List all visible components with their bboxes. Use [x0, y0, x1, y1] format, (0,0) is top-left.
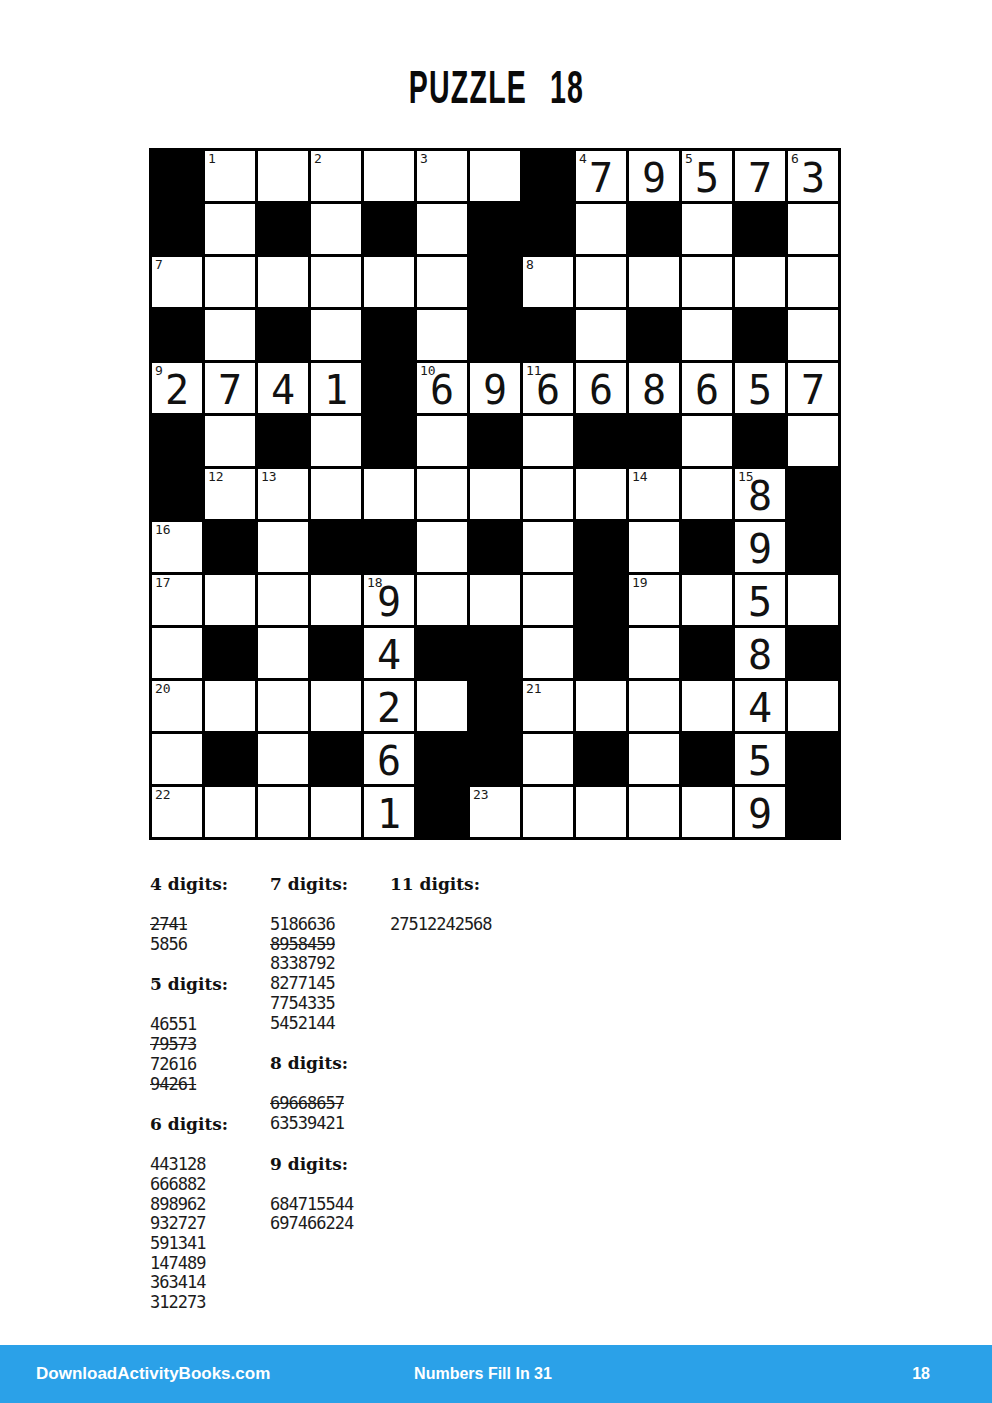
grid-cell[interactable]: 22: [152, 787, 202, 837]
grid-cell[interactable]: 1: [205, 151, 255, 201]
grid-cell[interactable]: [258, 734, 308, 784]
black-cell: [311, 522, 361, 572]
grid-cell[interactable]: [311, 681, 361, 731]
grid-cell[interactable]: [417, 469, 467, 519]
grid-cell[interactable]: 47: [576, 151, 626, 201]
black-cell: [788, 522, 838, 572]
grid-cell[interactable]: [258, 681, 308, 731]
grid-cell[interactable]: [629, 257, 679, 307]
grid-cell[interactable]: [417, 575, 467, 625]
grid-cell[interactable]: 20: [152, 681, 202, 731]
grid-cell[interactable]: [682, 575, 732, 625]
grid-cell[interactable]: [364, 469, 414, 519]
clue-entry-struck: 79573: [150, 1035, 265, 1055]
black-cell: [364, 310, 414, 360]
clue-section: 5 digits:46551795737261694261: [150, 975, 265, 1094]
grid-cell[interactable]: [523, 575, 573, 625]
grid-cell[interactable]: 7: [205, 363, 255, 413]
grid-cell[interactable]: [682, 310, 732, 360]
black-cell: [311, 734, 361, 784]
clue-section-header: 7 digits:: [270, 875, 385, 894]
black-cell: [576, 522, 626, 572]
grid-cell[interactable]: 4: [364, 628, 414, 678]
grid-cell[interactable]: [311, 469, 361, 519]
clue-number: 21: [526, 681, 542, 697]
black-cell: [735, 416, 785, 466]
footer-book-title: Numbers Fill In 31: [414, 1365, 552, 1383]
clue-section: 6 digits:4431286668828989629327275913411…: [150, 1115, 265, 1313]
filled-digit: 8: [748, 635, 772, 675]
clue-number: 13: [261, 469, 277, 485]
grid-cell[interactable]: [523, 787, 573, 837]
clue-entry-struck: 94261: [150, 1075, 265, 1095]
grid-cell[interactable]: 4: [258, 363, 308, 413]
grid-cell[interactable]: 3: [417, 151, 467, 201]
clue-entry-struck: 69668657: [270, 1094, 385, 1114]
clue-number: 18: [367, 575, 383, 591]
black-cell: [682, 522, 732, 572]
clue-section-header: 11 digits:: [390, 875, 550, 894]
grid-cell[interactable]: [311, 575, 361, 625]
grid-cell[interactable]: 116: [523, 363, 573, 413]
grid-cell[interactable]: [258, 787, 308, 837]
filled-digit: 6: [589, 370, 613, 410]
filled-digit: 6: [377, 741, 401, 781]
grid-cell[interactable]: [364, 257, 414, 307]
clue-entry: 363414: [150, 1273, 265, 1293]
grid-cell[interactable]: [682, 469, 732, 519]
black-cell: [258, 204, 308, 254]
grid-cell[interactable]: 13: [258, 469, 308, 519]
clue-number: 17: [155, 575, 171, 591]
grid-cell[interactable]: [523, 628, 573, 678]
grid-cell[interactable]: [258, 575, 308, 625]
black-cell: [152, 416, 202, 466]
clue-entry: 697466224: [270, 1214, 385, 1234]
black-cell: [470, 310, 520, 360]
black-cell: [523, 151, 573, 201]
grid-cell[interactable]: 1: [311, 363, 361, 413]
clue-column-3: 11 digits:27512242568: [390, 875, 550, 956]
grid-cell[interactable]: [470, 575, 520, 625]
clue-entry: 443128: [150, 1155, 265, 1175]
black-cell: [205, 522, 255, 572]
grid-cell[interactable]: [311, 204, 361, 254]
filled-digit: 7: [218, 370, 242, 410]
grid-cell[interactable]: [629, 681, 679, 731]
grid-cell[interactable]: 21: [523, 681, 573, 731]
grid-cell[interactable]: [735, 257, 785, 307]
grid-cell[interactable]: [258, 522, 308, 572]
clue-number: 4: [579, 151, 587, 167]
filled-digit: 3: [801, 158, 825, 198]
grid-cell[interactable]: 189: [364, 575, 414, 625]
grid-cell[interactable]: [152, 734, 202, 784]
footer-bar: DownloadActivityBooks.com Numbers Fill I…: [0, 1345, 992, 1403]
grid-cell[interactable]: [417, 681, 467, 731]
grid-cell[interactable]: [576, 257, 626, 307]
grid-cell[interactable]: [205, 204, 255, 254]
black-cell: [470, 522, 520, 572]
grid-cell[interactable]: 9: [735, 787, 785, 837]
black-cell: [470, 628, 520, 678]
clue-entry: 8277145: [270, 974, 385, 994]
grid-cell[interactable]: [523, 469, 573, 519]
clue-number: 23: [473, 787, 489, 803]
grid-cell[interactable]: 55: [682, 151, 732, 201]
clue-section-header: 5 digits:: [150, 975, 265, 994]
clue-entry: 63539421: [270, 1114, 385, 1134]
grid-cell[interactable]: 5: [735, 575, 785, 625]
clue-number: 1: [208, 151, 216, 167]
grid-cell[interactable]: [258, 628, 308, 678]
grid-cell[interactable]: 8: [523, 257, 573, 307]
black-cell: [523, 204, 573, 254]
black-cell: [682, 734, 732, 784]
footer-site-name: DownloadActivityBooks.com: [0, 1364, 414, 1384]
clue-entry: 8338792: [270, 954, 385, 974]
clue-number: 16: [155, 522, 171, 538]
black-cell: [523, 310, 573, 360]
grid-cell[interactable]: [205, 787, 255, 837]
grid-cell[interactable]: [417, 522, 467, 572]
grid-cell[interactable]: 9: [629, 151, 679, 201]
puzzle-grid: 1234795576378927411069116686571213141581…: [149, 148, 841, 840]
page-title-text: PUZZLE 18: [408, 60, 583, 114]
clue-entry-struck: 2741: [150, 915, 265, 935]
filled-digit: 1: [377, 794, 401, 834]
black-cell: [629, 310, 679, 360]
black-cell: [258, 416, 308, 466]
grid-cell[interactable]: 16: [152, 522, 202, 572]
grid-cell[interactable]: [417, 257, 467, 307]
black-cell: [152, 151, 202, 201]
grid-cell[interactable]: [788, 310, 838, 360]
black-cell: [629, 416, 679, 466]
grid-cell[interactable]: 7: [152, 257, 202, 307]
grid-cell[interactable]: 17: [152, 575, 202, 625]
grid-cell[interactable]: 1: [364, 787, 414, 837]
clue-section: 4 digits:27415856: [150, 875, 265, 954]
black-cell: [470, 257, 520, 307]
grid-cell[interactable]: [205, 575, 255, 625]
clue-entry-struck: 8958459: [270, 935, 385, 955]
grid-cell[interactable]: 14: [629, 469, 679, 519]
grid-cell[interactable]: [258, 151, 308, 201]
black-cell: [735, 310, 785, 360]
clue-number: 11: [526, 363, 542, 379]
black-cell: [152, 204, 202, 254]
clue-number: 7: [155, 257, 163, 273]
grid-cell[interactable]: [523, 734, 573, 784]
clue-number: 20: [155, 681, 171, 697]
grid-cell[interactable]: [576, 681, 626, 731]
grid-cell[interactable]: 7: [735, 151, 785, 201]
grid-cell[interactable]: 6: [364, 734, 414, 784]
clue-number: 10: [420, 363, 436, 379]
clue-entry: 5452144: [270, 1014, 385, 1034]
filled-digit: 5: [748, 370, 772, 410]
clue-entry: 72616: [150, 1055, 265, 1075]
clue-entry: 27512242568: [390, 915, 550, 935]
grid-cell[interactable]: [523, 416, 573, 466]
black-cell: [364, 416, 414, 466]
black-cell: [629, 204, 679, 254]
grid-cell[interactable]: 158: [735, 469, 785, 519]
puzzle-page: PUZZLE 18 123479557637892741106911668657…: [0, 0, 992, 1403]
grid-cell[interactable]: [788, 681, 838, 731]
black-cell: [417, 787, 467, 837]
clue-section: 9 digits:684715544697466224: [270, 1155, 385, 1234]
black-cell: [576, 628, 626, 678]
grid-cell[interactable]: [417, 416, 467, 466]
black-cell: [311, 628, 361, 678]
grid-cell[interactable]: 23: [470, 787, 520, 837]
black-cell: [788, 787, 838, 837]
grid-cell[interactable]: [576, 310, 626, 360]
black-cell: [417, 628, 467, 678]
grid-cell[interactable]: 63: [788, 151, 838, 201]
filled-digit: 2: [377, 688, 401, 728]
grid-cell[interactable]: 6: [682, 363, 732, 413]
clue-number: 19: [632, 575, 648, 591]
clue-entry: 7754335: [270, 994, 385, 1014]
black-cell: [417, 734, 467, 784]
grid-cell[interactable]: [205, 416, 255, 466]
filled-digit: 7: [589, 158, 613, 198]
black-cell: [152, 469, 202, 519]
clue-number: 22: [155, 787, 171, 803]
filled-digit: 4: [377, 635, 401, 675]
grid-cell[interactable]: [258, 257, 308, 307]
grid-cell[interactable]: [205, 681, 255, 731]
grid-cell[interactable]: 106: [417, 363, 467, 413]
grid-cell[interactable]: [417, 204, 467, 254]
clue-section-header: 6 digits:: [150, 1115, 265, 1134]
clue-number: 8: [526, 257, 534, 273]
page-title: PUZZLE 18: [0, 60, 992, 114]
clue-number: 12: [208, 469, 224, 485]
clue-section: 8 digits:6966865763539421: [270, 1054, 385, 1133]
black-cell: [788, 628, 838, 678]
black-cell: [470, 204, 520, 254]
filled-digit: 9: [483, 370, 507, 410]
black-cell: [258, 310, 308, 360]
clue-number: 15: [738, 469, 754, 485]
grid-cell[interactable]: 4: [735, 681, 785, 731]
grid-cell[interactable]: [576, 787, 626, 837]
black-cell: [470, 681, 520, 731]
black-cell: [152, 310, 202, 360]
clue-entry: 312273: [150, 1293, 265, 1313]
grid-cell[interactable]: [417, 310, 467, 360]
filled-digit: 8: [642, 370, 666, 410]
grid-cell[interactable]: 12: [205, 469, 255, 519]
black-cell: [205, 628, 255, 678]
filled-digit: 9: [642, 158, 666, 198]
filled-digit: 4: [748, 688, 772, 728]
filled-digit: 7: [801, 370, 825, 410]
grid-cell[interactable]: 92: [152, 363, 202, 413]
grid-cell[interactable]: [682, 204, 732, 254]
black-cell: [470, 734, 520, 784]
filled-digit: 1: [324, 370, 348, 410]
grid-cell[interactable]: 8: [629, 363, 679, 413]
grid-cell[interactable]: 5: [735, 363, 785, 413]
grid-cell[interactable]: [311, 310, 361, 360]
grid-cell[interactable]: [788, 575, 838, 625]
grid-cell[interactable]: [364, 151, 414, 201]
filled-digit: 5: [748, 741, 772, 781]
grid-cell[interactable]: 2: [311, 151, 361, 201]
grid-cell[interactable]: [682, 416, 732, 466]
black-cell: [682, 628, 732, 678]
grid-cell[interactable]: [205, 310, 255, 360]
black-cell: [364, 363, 414, 413]
grid-cell[interactable]: [629, 522, 679, 572]
clue-section: 7 digits:5186636895845983387928277145775…: [270, 875, 385, 1033]
clue-entry: 5186636: [270, 915, 385, 935]
clue-section: 11 digits:27512242568: [390, 875, 550, 935]
filled-digit: 9: [748, 529, 772, 569]
grid-cell[interactable]: [523, 522, 573, 572]
black-cell: [576, 575, 626, 625]
clue-number: 6: [791, 151, 799, 167]
grid-cell[interactable]: [576, 204, 626, 254]
grid-cell[interactable]: [311, 787, 361, 837]
grid-cell[interactable]: [152, 628, 202, 678]
black-cell: [364, 204, 414, 254]
grid-cell[interactable]: [788, 257, 838, 307]
clue-number: 3: [420, 151, 428, 167]
grid-cell[interactable]: [682, 787, 732, 837]
filled-digit: 5: [695, 158, 719, 198]
grid-cell[interactable]: [470, 151, 520, 201]
clue-section-header: 9 digits:: [270, 1155, 385, 1174]
black-cell: [576, 734, 626, 784]
grid-cell[interactable]: 9: [735, 522, 785, 572]
grid-cell[interactable]: [311, 257, 361, 307]
clue-entry: 932727: [150, 1214, 265, 1234]
filled-digit: 5: [748, 582, 772, 622]
filled-digit: 9: [748, 794, 772, 834]
grid-cell[interactable]: [629, 734, 679, 784]
black-cell: [205, 734, 255, 784]
clue-number: 14: [632, 469, 648, 485]
clue-entry: 591341: [150, 1234, 265, 1254]
grid-cell[interactable]: 2: [364, 681, 414, 731]
black-cell: [364, 522, 414, 572]
black-cell: [576, 416, 626, 466]
grid-cell[interactable]: [470, 469, 520, 519]
clue-section-header: 4 digits:: [150, 875, 265, 894]
black-cell: [735, 204, 785, 254]
grid-cell[interactable]: [629, 628, 679, 678]
clue-entry: 5856: [150, 935, 265, 955]
filled-digit: 4: [271, 370, 295, 410]
clue-entry: 46551: [150, 1015, 265, 1035]
clue-column-1: 4 digits:274158565 digits:46551795737261…: [150, 875, 265, 1334]
grid-cell[interactable]: [682, 257, 732, 307]
clue-entry: 684715544: [270, 1195, 385, 1215]
filled-digit: 2: [165, 370, 189, 410]
grid-cell[interactable]: [682, 681, 732, 731]
black-cell: [788, 469, 838, 519]
grid-cell[interactable]: [629, 787, 679, 837]
clue-number: 9: [155, 363, 163, 379]
grid-cell[interactable]: [788, 416, 838, 466]
filled-digit: 7: [748, 158, 772, 198]
grid-cell[interactable]: [788, 204, 838, 254]
clue-column-2: 7 digits:5186636895845983387928277145775…: [270, 875, 385, 1255]
grid-cell[interactable]: 5: [735, 734, 785, 784]
clue-entry: 666882: [150, 1175, 265, 1195]
black-cell: [470, 416, 520, 466]
grid-cell[interactable]: 9: [470, 363, 520, 413]
clue-section-header: 8 digits:: [270, 1054, 385, 1073]
grid-cell[interactable]: [205, 257, 255, 307]
clue-number: 2: [314, 151, 322, 167]
black-cell: [788, 734, 838, 784]
grid-cell[interactable]: 6: [576, 363, 626, 413]
clue-entry: 147489: [150, 1254, 265, 1274]
clue-entry: 898962: [150, 1195, 265, 1215]
filled-digit: 6: [695, 370, 719, 410]
grid-cell[interactable]: 7: [788, 363, 838, 413]
footer-page-number: 18: [552, 1365, 992, 1383]
grid-cell[interactable]: [576, 469, 626, 519]
grid-cell[interactable]: 19: [629, 575, 679, 625]
grid-cell[interactable]: [311, 416, 361, 466]
grid-cell[interactable]: 8: [735, 628, 785, 678]
clue-number: 5: [685, 151, 693, 167]
